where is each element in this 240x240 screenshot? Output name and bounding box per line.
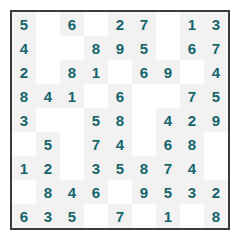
cell-r6c8[interactable]: 8 (180, 132, 205, 158)
cell-r6c2[interactable]: 5 (36, 132, 61, 158)
cell-r1c8[interactable]: 1 (180, 12, 205, 37)
cell-r9c4[interactable] (84, 204, 109, 228)
sudoku-page: 5627134895672816948416753584295746812358… (0, 0, 240, 240)
cell-r2c6[interactable]: 5 (132, 36, 158, 61)
cell-r4c9[interactable]: 5 (204, 84, 228, 109)
cell-r3c8[interactable] (180, 60, 205, 86)
cell-r7c2[interactable]: 2 (36, 156, 61, 181)
cell-r8c2[interactable]: 8 (36, 180, 61, 205)
cell-r2c5[interactable]: 9 (108, 36, 133, 61)
cell-r2c4[interactable]: 8 (84, 36, 109, 61)
cell-r3c4[interactable]: 1 (84, 60, 109, 86)
cell-r8c9[interactable]: 2 (204, 180, 228, 205)
cell-r8c6[interactable]: 9 (132, 180, 158, 205)
cell-r1c2[interactable] (36, 12, 61, 37)
cell-r6c4[interactable]: 7 (84, 132, 109, 158)
cell-r3c9[interactable]: 4 (204, 60, 228, 86)
cell-r9c6[interactable] (132, 204, 158, 228)
cell-r7c7[interactable]: 7 (156, 156, 181, 181)
cell-r9c7[interactable]: 1 (156, 204, 181, 228)
cell-r7c5[interactable]: 5 (108, 156, 133, 181)
cell-r6c9[interactable] (204, 132, 228, 158)
cell-r9c8[interactable] (180, 204, 205, 228)
cell-r2c7[interactable] (156, 36, 181, 61)
cell-r1c3[interactable]: 6 (60, 12, 86, 37)
cell-r8c5[interactable] (108, 180, 133, 205)
sudoku-board: 5627134895672816948416753584295746812358… (10, 10, 230, 230)
cell-r2c9[interactable]: 7 (204, 36, 228, 61)
cell-r6c7[interactable]: 6 (156, 132, 181, 158)
cell-r3c1[interactable]: 2 (12, 60, 37, 86)
cell-r1c6[interactable]: 7 (132, 12, 158, 37)
cell-r5c9[interactable]: 9 (204, 108, 228, 133)
cell-r8c8[interactable]: 3 (180, 180, 205, 205)
cell-r4c6[interactable] (132, 84, 158, 109)
cell-r7c3[interactable] (60, 156, 86, 181)
cell-r5c6[interactable] (132, 108, 158, 133)
cell-r9c2[interactable]: 3 (36, 204, 61, 228)
cell-r5c8[interactable]: 2 (180, 108, 205, 133)
cell-r7c9[interactable] (204, 156, 228, 181)
cell-r5c3[interactable] (60, 108, 86, 133)
cell-r1c7[interactable] (156, 12, 181, 37)
cell-r9c5[interactable]: 7 (108, 204, 133, 228)
cell-r2c3[interactable] (60, 36, 86, 61)
cell-r2c8[interactable]: 6 (180, 36, 205, 61)
cell-r8c4[interactable]: 6 (84, 180, 109, 205)
cell-r4c5[interactable]: 6 (108, 84, 133, 109)
cell-r3c6[interactable]: 6 (132, 60, 158, 86)
cell-r4c8[interactable]: 7 (180, 84, 205, 109)
cell-r3c3[interactable]: 8 (60, 60, 86, 86)
cell-r6c3[interactable] (60, 132, 86, 158)
cell-r6c1[interactable] (12, 132, 37, 158)
cell-r5c4[interactable]: 5 (84, 108, 109, 133)
cell-r1c9[interactable]: 3 (204, 12, 228, 37)
cell-r1c1[interactable]: 5 (12, 12, 37, 37)
cell-r8c7[interactable]: 5 (156, 180, 181, 205)
cell-r4c2[interactable]: 4 (36, 84, 61, 109)
cell-r4c3[interactable]: 1 (60, 84, 86, 109)
cell-r1c4[interactable] (84, 12, 109, 37)
cell-r4c1[interactable]: 8 (12, 84, 37, 109)
cell-r1c5[interactable]: 2 (108, 12, 133, 37)
cell-r7c1[interactable]: 1 (12, 156, 37, 181)
cell-r9c3[interactable]: 5 (60, 204, 86, 228)
cell-r5c2[interactable] (36, 108, 61, 133)
cell-r7c6[interactable]: 8 (132, 156, 158, 181)
cell-r8c3[interactable]: 4 (60, 180, 86, 205)
cell-r6c6[interactable] (132, 132, 158, 158)
cell-r9c1[interactable]: 6 (12, 204, 37, 228)
cell-r7c8[interactable]: 4 (180, 156, 205, 181)
cell-r5c1[interactable]: 3 (12, 108, 37, 133)
cell-r5c7[interactable]: 4 (156, 108, 181, 133)
cell-r3c5[interactable] (108, 60, 133, 86)
cell-r3c2[interactable] (36, 60, 61, 86)
cell-r4c4[interactable] (84, 84, 109, 109)
cell-r2c2[interactable] (36, 36, 61, 61)
cell-r9c9[interactable]: 8 (204, 204, 228, 228)
cell-r4c7[interactable] (156, 84, 181, 109)
cell-r3c7[interactable]: 9 (156, 60, 181, 86)
cell-r7c4[interactable]: 3 (84, 156, 109, 181)
cell-r5c5[interactable]: 8 (108, 108, 133, 133)
cell-r2c1[interactable]: 4 (12, 36, 37, 61)
cell-r8c1[interactable] (12, 180, 37, 205)
cell-r6c5[interactable]: 4 (108, 132, 133, 158)
